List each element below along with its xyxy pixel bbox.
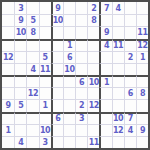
cell-r12c12[interactable]	[136, 136, 148, 148]
cell-r3c9[interactable]: 9	[99, 26, 111, 38]
cell-r6c7[interactable]	[75, 63, 87, 75]
cell-r12c5[interactable]	[51, 136, 63, 148]
cell-r4c4[interactable]	[39, 39, 51, 51]
cell-r10c7[interactable]: 3	[75, 112, 87, 124]
cell-r3c1[interactable]	[2, 26, 14, 38]
cell-r3c3[interactable]: 8	[26, 26, 38, 38]
cell-r7c8[interactable]: 10	[87, 75, 99, 87]
cell-r10c9[interactable]	[99, 112, 111, 124]
cell-r7c2[interactable]	[14, 75, 26, 87]
cell-r9c5[interactable]	[51, 99, 63, 111]
cell-r7c10[interactable]	[112, 75, 124, 87]
cell-r11c12[interactable]: 9	[136, 124, 148, 136]
cell-r6c1[interactable]	[2, 63, 14, 75]
cell-r8c6[interactable]	[63, 87, 75, 99]
cell-r5c1[interactable]: 12	[2, 51, 14, 63]
cell-r6c8[interactable]	[87, 63, 99, 75]
cell-r11c3[interactable]	[26, 124, 38, 136]
cell-r2c4[interactable]	[39, 14, 51, 26]
cell-r2c1[interactable]	[2, 14, 14, 26]
cell-r10c6[interactable]	[63, 112, 75, 124]
cell-r12c2[interactable]: 4	[14, 136, 26, 148]
cell-r6c11[interactable]	[124, 63, 136, 75]
cell-r11c10[interactable]: 12	[112, 124, 124, 136]
cell-r8c9[interactable]	[99, 87, 111, 99]
cell-r5c2[interactable]	[14, 51, 26, 63]
cell-r10c5[interactable]: 6	[51, 112, 63, 124]
cell-r9c7[interactable]: 2	[75, 99, 87, 111]
cell-r11c6[interactable]	[63, 124, 75, 136]
cell-r2c6[interactable]	[63, 14, 75, 26]
cell-r2c2[interactable]: 9	[14, 14, 26, 26]
cell-r7c6[interactable]	[63, 75, 75, 87]
cell-r1c12[interactable]	[136, 2, 148, 14]
cell-r7c11[interactable]	[124, 75, 136, 87]
cell-r3c4[interactable]	[39, 26, 51, 38]
cell-r7c1[interactable]	[2, 75, 14, 87]
cell-r1c6[interactable]	[63, 2, 75, 14]
cell-r3c12[interactable]: 11	[136, 26, 148, 38]
cell-r1c1[interactable]	[2, 2, 14, 14]
cell-r9c8[interactable]: 12	[87, 99, 99, 111]
cell-r2c11[interactable]	[124, 14, 136, 26]
cell-r9c1[interactable]: 9	[2, 99, 14, 111]
cell-r8c8[interactable]	[87, 87, 99, 99]
cell-r12c3[interactable]	[26, 136, 38, 148]
cell-r3c6[interactable]	[63, 26, 75, 38]
cell-r9c12[interactable]	[136, 99, 148, 111]
cell-r12c11[interactable]	[124, 136, 136, 148]
cell-r5c8[interactable]	[87, 51, 99, 63]
cell-r6c10[interactable]	[112, 63, 124, 75]
cell-r11c11[interactable]: 4	[124, 124, 136, 136]
cell-r12c1[interactable]	[2, 136, 14, 148]
cell-r3c10[interactable]	[112, 26, 124, 38]
cell-r5c5[interactable]	[51, 51, 63, 63]
cell-r1c5[interactable]: 9	[51, 2, 63, 14]
cell-r12c9[interactable]	[99, 136, 111, 148]
cell-r12c4[interactable]: 3	[39, 136, 51, 148]
cell-r1c11[interactable]	[124, 2, 136, 14]
cell-r8c1[interactable]	[2, 87, 14, 99]
cell-r2c8[interactable]: 8	[87, 14, 99, 26]
cell-r6c4[interactable]: 11	[39, 63, 51, 75]
cell-r4c10[interactable]: 11	[112, 39, 124, 51]
cell-r8c7[interactable]	[75, 87, 87, 99]
cell-r3c2[interactable]: 10	[14, 26, 26, 38]
cell-r2c7[interactable]	[75, 14, 87, 26]
cell-r2c9[interactable]	[99, 14, 111, 26]
cell-r8c10[interactable]	[112, 87, 124, 99]
cell-r1c3[interactable]	[26, 2, 38, 14]
cell-r5c12[interactable]: 1	[136, 51, 148, 63]
cell-r2c10[interactable]	[112, 14, 124, 26]
cell-r5c11[interactable]: 2	[124, 51, 136, 63]
cell-r7c4[interactable]	[39, 75, 51, 87]
cell-r10c8[interactable]	[87, 112, 99, 124]
cell-r4c6[interactable]: 1	[63, 39, 75, 51]
cell-r4c7[interactable]	[75, 39, 87, 51]
cell-r11c8[interactable]	[87, 124, 99, 136]
cell-r12c10[interactable]	[112, 136, 124, 148]
cell-r7c5[interactable]	[51, 75, 63, 87]
cell-r10c1[interactable]	[2, 112, 14, 124]
cell-r3c11[interactable]	[124, 26, 136, 38]
cell-r4c8[interactable]	[87, 39, 99, 51]
cell-r12c6[interactable]	[63, 136, 75, 148]
cell-r11c1[interactable]: 1	[2, 124, 14, 136]
cell-r8c3[interactable]: 12	[26, 87, 38, 99]
cell-r12c7[interactable]	[75, 136, 87, 148]
cell-r11c9[interactable]	[99, 124, 111, 136]
cell-r4c12[interactable]: 12	[136, 39, 148, 51]
cell-r9c11[interactable]	[124, 99, 136, 111]
cell-r2c3[interactable]: 5	[26, 14, 38, 26]
cell-r10c2[interactable]	[14, 112, 26, 124]
cell-r1c2[interactable]: 3	[14, 2, 26, 14]
cell-r11c5[interactable]	[51, 124, 63, 136]
cell-r6c9[interactable]	[99, 63, 111, 75]
cell-r11c4[interactable]: 10	[39, 124, 51, 136]
cell-r3c8[interactable]	[87, 26, 99, 38]
cell-r1c8[interactable]: 2	[87, 2, 99, 14]
cell-r8c4[interactable]	[39, 87, 51, 99]
sudoku-board: 3927495108108911141112125621411106101126…	[0, 0, 150, 150]
cell-r2c5[interactable]: 10	[51, 14, 63, 26]
cell-r11c7[interactable]	[75, 124, 87, 136]
cell-r6c2[interactable]	[14, 63, 26, 75]
cell-r6c3[interactable]: 4	[26, 63, 38, 75]
cell-r9c10[interactable]	[112, 99, 124, 111]
cell-r8c11[interactable]: 6	[124, 87, 136, 99]
cell-r3c7[interactable]	[75, 26, 87, 38]
cell-r6c12[interactable]	[136, 63, 148, 75]
cell-r8c12[interactable]: 8	[136, 87, 148, 99]
cell-r5c6[interactable]: 6	[63, 51, 75, 63]
cell-r10c4[interactable]	[39, 112, 51, 124]
cell-r7c7[interactable]: 6	[75, 75, 87, 87]
cell-r5c7[interactable]	[75, 51, 87, 63]
cell-r7c3[interactable]	[26, 75, 38, 87]
cell-r12c8[interactable]: 11	[87, 136, 99, 148]
cell-r4c3[interactable]	[26, 39, 38, 51]
cell-r2c12[interactable]	[136, 14, 148, 26]
cell-r4c5[interactable]	[51, 39, 63, 51]
cell-r6c5[interactable]	[51, 63, 63, 75]
cell-r7c9[interactable]: 1	[99, 75, 111, 87]
cell-r1c10[interactable]: 4	[112, 2, 124, 14]
cell-r1c4[interactable]	[39, 2, 51, 14]
cell-r1c9[interactable]: 7	[99, 2, 111, 14]
cell-r10c11[interactable]: 7	[124, 112, 136, 124]
cell-r5c9[interactable]	[99, 51, 111, 63]
cell-r10c10[interactable]: 10	[112, 112, 124, 124]
cell-r9c6[interactable]	[63, 99, 75, 111]
cell-r1c7[interactable]	[75, 2, 87, 14]
cell-r4c2[interactable]	[14, 39, 26, 51]
cell-r5c4[interactable]: 5	[39, 51, 51, 63]
cell-r9c4[interactable]: 1	[39, 99, 51, 111]
cell-r10c3[interactable]	[26, 112, 38, 124]
cell-r9c3[interactable]	[26, 99, 38, 111]
cell-r4c11[interactable]	[124, 39, 136, 51]
cell-r10c12[interactable]	[136, 112, 148, 124]
cell-r4c1[interactable]	[2, 39, 14, 51]
cell-r8c2[interactable]	[14, 87, 26, 99]
cell-r9c9[interactable]	[99, 99, 111, 111]
cell-r4c9[interactable]: 4	[99, 39, 111, 51]
cell-r6c6[interactable]: 10	[63, 63, 75, 75]
cell-r9c2[interactable]: 5	[14, 99, 26, 111]
cell-r3c5[interactable]	[51, 26, 63, 38]
cell-r5c10[interactable]	[112, 51, 124, 63]
cell-r11c2[interactable]	[14, 124, 26, 136]
cell-r7c12[interactable]	[136, 75, 148, 87]
cell-r8c5[interactable]	[51, 87, 63, 99]
cell-r5c3[interactable]	[26, 51, 38, 63]
